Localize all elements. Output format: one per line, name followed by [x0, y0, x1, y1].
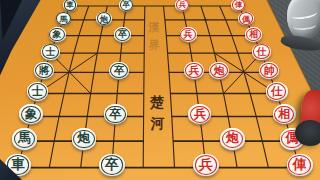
piece-black-horse[interactable]: 馬: [12, 128, 37, 149]
piece-ring: 馬: [56, 12, 70, 24]
piece-glyph-elephant: 相: [278, 108, 290, 120]
piece-glyph-soldier: 兵: [199, 158, 213, 172]
piece-red-cannon[interactable]: 炮: [220, 128, 245, 149]
piece-ring: 象: [49, 28, 64, 41]
piece-black-soldier[interactable]: 卒: [104, 104, 127, 124]
piece-black-advisor[interactable]: 士: [41, 44, 60, 60]
piece-red-general[interactable]: 帥: [259, 62, 279, 79]
piece-glyph-advisor: 士: [46, 46, 56, 56]
piece-ring: 卒: [101, 155, 124, 175]
piece-black-soldier[interactable]: 卒: [114, 27, 131, 42]
piece-ring: 仕: [267, 83, 286, 100]
piece-black-horse[interactable]: 馬: [56, 12, 72, 25]
piece-red-advisor[interactable]: 仕: [252, 44, 271, 60]
piece-glyph-soldier: 卒: [105, 158, 119, 172]
piece-glyph-horse: 馬: [59, 14, 67, 22]
piece-glyph-elephant: 象: [25, 108, 37, 120]
piece-ring: 兵: [176, 0, 189, 11]
piece-ring: 卒: [105, 106, 125, 124]
piece-red-soldier[interactable]: 兵: [188, 104, 211, 124]
piece-red-advisor[interactable]: 仕: [266, 82, 288, 101]
piece-black-soldier[interactable]: 卒: [119, 0, 133, 11]
piece-black-chariot[interactable]: 車: [63, 0, 77, 11]
piece-ring: 將: [35, 63, 53, 79]
piece-glyph-chariot: 車: [11, 158, 25, 172]
red-bag: [301, 90, 320, 142]
piece-glyph-soldier: 卒: [114, 65, 125, 76]
piece-red-soldier[interactable]: 兵: [193, 154, 219, 177]
piece-red-elephant[interactable]: 相: [273, 104, 296, 124]
piece-ring: 卒: [120, 0, 133, 11]
piece-glyph-soldier: 卒: [109, 108, 121, 120]
piece-glyph-soldier: 兵: [194, 108, 206, 120]
piece-ring: 兵: [195, 155, 218, 175]
piece-ring: 炮: [73, 130, 94, 149]
piece-ring: 炮: [210, 63, 228, 79]
sneaker: [280, 0, 320, 53]
piece-ring: 兵: [180, 28, 195, 41]
piece-red-soldier[interactable]: 兵: [180, 27, 197, 42]
piece-glyph-soldier: 卒: [122, 1, 129, 8]
piece-ring: 炮: [97, 12, 111, 24]
piece-ring: 馬: [14, 130, 35, 149]
piece-ring: 相: [246, 28, 261, 41]
piece-red-chariot[interactable]: 俥: [231, 0, 245, 11]
pieces-layer: 車馬象士將士象馬車炮炮卒卒卒卒卒俥傌相仕帥仕相傌俥炮炮兵兵兵兵兵: [0, 0, 320, 180]
piece-glyph-general: 帥: [264, 65, 275, 76]
piece-ring: 士: [28, 83, 47, 100]
piece-glyph-advisor: 士: [32, 86, 43, 97]
piece-black-elephant[interactable]: 象: [49, 27, 66, 42]
piece-glyph-elephant: 相: [249, 30, 258, 39]
piece-glyph-elephant: 象: [53, 30, 62, 39]
piece-glyph-chariot: 俥: [293, 158, 307, 172]
piece-ring: 士: [42, 44, 59, 58]
piece-red-chariot[interactable]: 俥: [287, 154, 313, 177]
piece-glyph-advisor: 仕: [271, 86, 282, 97]
piece-ring: 卒: [115, 28, 130, 41]
piece-red-cannon[interactable]: 炮: [209, 62, 229, 79]
piece-black-cannon[interactable]: 炮: [96, 12, 112, 25]
piece-black-elephant[interactable]: 象: [19, 104, 42, 124]
piece-ring: 兵: [190, 106, 210, 124]
piece-black-soldier[interactable]: 卒: [99, 154, 125, 177]
piece-black-advisor[interactable]: 士: [27, 82, 49, 101]
piece-ring: 兵: [185, 63, 203, 79]
piece-black-soldier[interactable]: 卒: [109, 62, 129, 79]
piece-glyph-soldier: 兵: [179, 1, 186, 8]
piece-glyph-soldier: 卒: [118, 30, 127, 39]
piece-black-cannon[interactable]: 炮: [72, 128, 97, 149]
piece-glyph-cannon: 炮: [226, 132, 239, 145]
piece-ring: 俥: [288, 155, 311, 175]
piece-red-elephant[interactable]: 相: [245, 27, 262, 42]
piece-glyph-cannon: 炮: [214, 65, 225, 76]
piece-red-horse[interactable]: 傌: [238, 12, 254, 25]
piece-glyph-cannon: 炮: [77, 132, 90, 145]
piece-glyph-chariot: 俥: [235, 1, 242, 8]
piece-glyph-general: 將: [39, 65, 50, 76]
piece-glyph-chariot: 車: [66, 1, 73, 8]
piece-glyph-soldier: 兵: [189, 65, 200, 76]
piece-ring: 炮: [222, 130, 243, 149]
piece-ring: 俥: [232, 0, 245, 11]
piece-red-soldier[interactable]: 兵: [184, 62, 204, 79]
piece-ring: 卒: [110, 63, 128, 79]
piece-ring: 帥: [260, 63, 278, 79]
piece-black-general[interactable]: 將: [34, 62, 54, 79]
piece-glyph-advisor: 仕: [256, 46, 266, 56]
piece-glyph-horse: 馬: [18, 132, 31, 145]
piece-ring: 仕: [253, 44, 270, 58]
piece-red-soldier[interactable]: 兵: [175, 0, 189, 11]
piece-ring: 象: [21, 106, 41, 124]
piece-ring: 車: [64, 0, 77, 11]
xiangqi-street-photo: 漢界楚河 車馬象士將士象馬車炮炮卒卒卒卒卒俥傌相仕帥仕相傌俥炮炮兵兵兵兵兵: [0, 0, 320, 180]
piece-glyph-horse: 傌: [242, 14, 250, 22]
piece-glyph-cannon: 炮: [100, 14, 108, 22]
piece-ring: 相: [274, 106, 294, 124]
piece-ring: 傌: [239, 12, 253, 24]
piece-glyph-soldier: 兵: [184, 30, 193, 39]
